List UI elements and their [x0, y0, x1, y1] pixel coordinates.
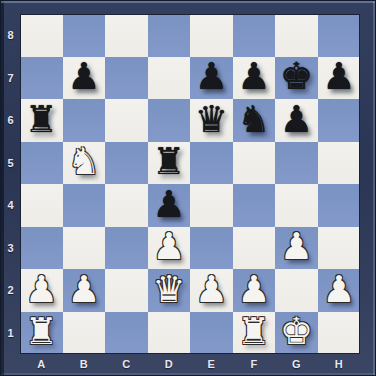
square-g6[interactable]: ♟ — [275, 99, 318, 142]
piece-white-pawn[interactable]: ♟ — [152, 228, 185, 265]
square-b4[interactable] — [63, 184, 106, 227]
piece-black-king[interactable]: ♚ — [280, 58, 313, 95]
rank-label-2: 2 — [1, 269, 20, 312]
square-h7[interactable]: ♟ — [318, 57, 361, 100]
piece-black-pawn[interactable]: ♟ — [152, 186, 185, 223]
square-c2[interactable] — [105, 269, 148, 312]
file-label-b: B — [63, 354, 106, 373]
piece-black-pawn[interactable]: ♟ — [280, 101, 313, 138]
square-d6[interactable] — [148, 99, 191, 142]
square-f1[interactable]: ♜ — [233, 312, 276, 355]
square-e8[interactable] — [190, 14, 233, 57]
rank-label-5: 5 — [1, 142, 20, 185]
square-h5[interactable] — [318, 142, 361, 185]
square-h6[interactable] — [318, 99, 361, 142]
piece-white-pawn[interactable]: ♟ — [67, 271, 100, 308]
piece-black-knight[interactable]: ♞ — [237, 101, 270, 138]
square-b8[interactable] — [63, 14, 106, 57]
file-label-f: F — [233, 354, 276, 373]
piece-white-pawn[interactable]: ♟ — [25, 271, 58, 308]
file-label-h: H — [318, 354, 361, 373]
piece-white-pawn[interactable]: ♟ — [237, 271, 270, 308]
rank-label-7: 7 — [1, 57, 20, 100]
square-f8[interactable] — [233, 14, 276, 57]
board-frame: 87♟♟♟♚♟6♜♛♞♟5♞♜4♟3♟♟2♟♟♛♟♟♟1♜♜♚ABCDEFGH — [0, 0, 376, 376]
square-a4[interactable] — [20, 184, 63, 227]
square-c4[interactable] — [105, 184, 148, 227]
square-d2[interactable]: ♛ — [148, 269, 191, 312]
file-label-c: C — [105, 354, 148, 373]
square-g3[interactable]: ♟ — [275, 227, 318, 270]
piece-white-rook[interactable]: ♜ — [25, 313, 58, 350]
square-a5[interactable] — [20, 142, 63, 185]
piece-black-pawn[interactable]: ♟ — [237, 58, 270, 95]
rank-label-6: 6 — [1, 99, 20, 142]
piece-white-pawn[interactable]: ♟ — [280, 228, 313, 265]
square-e6[interactable]: ♛ — [190, 99, 233, 142]
square-g1[interactable]: ♚ — [275, 312, 318, 355]
square-b2[interactable]: ♟ — [63, 269, 106, 312]
square-e2[interactable]: ♟ — [190, 269, 233, 312]
piece-black-pawn[interactable]: ♟ — [322, 58, 355, 95]
square-b6[interactable] — [63, 99, 106, 142]
piece-black-rook[interactable]: ♜ — [25, 101, 58, 138]
square-f3[interactable] — [233, 227, 276, 270]
square-b7[interactable]: ♟ — [63, 57, 106, 100]
square-f7[interactable]: ♟ — [233, 57, 276, 100]
square-a6[interactable]: ♜ — [20, 99, 63, 142]
piece-black-queen[interactable]: ♛ — [195, 101, 228, 138]
square-a3[interactable] — [20, 227, 63, 270]
rank-label-1: 1 — [1, 312, 20, 355]
square-f5[interactable] — [233, 142, 276, 185]
square-e7[interactable]: ♟ — [190, 57, 233, 100]
file-label-g: G — [275, 354, 318, 373]
piece-white-pawn[interactable]: ♟ — [322, 271, 355, 308]
square-e1[interactable] — [190, 312, 233, 355]
square-e5[interactable] — [190, 142, 233, 185]
square-f6[interactable]: ♞ — [233, 99, 276, 142]
piece-black-pawn[interactable]: ♟ — [67, 58, 100, 95]
square-h1[interactable] — [318, 312, 361, 355]
square-d4[interactable]: ♟ — [148, 184, 191, 227]
square-b1[interactable] — [63, 312, 106, 355]
square-e4[interactable] — [190, 184, 233, 227]
piece-white-knight[interactable]: ♞ — [67, 143, 100, 180]
square-d1[interactable] — [148, 312, 191, 355]
piece-black-rook[interactable]: ♜ — [152, 143, 185, 180]
square-c8[interactable] — [105, 14, 148, 57]
piece-black-pawn[interactable]: ♟ — [195, 58, 228, 95]
square-f4[interactable] — [233, 184, 276, 227]
piece-white-pawn[interactable]: ♟ — [195, 271, 228, 308]
square-c5[interactable] — [105, 142, 148, 185]
square-a8[interactable] — [20, 14, 63, 57]
square-b3[interactable] — [63, 227, 106, 270]
file-label-a: A — [20, 354, 63, 373]
square-h2[interactable]: ♟ — [318, 269, 361, 312]
square-g4[interactable] — [275, 184, 318, 227]
square-c1[interactable] — [105, 312, 148, 355]
square-h3[interactable] — [318, 227, 361, 270]
square-h8[interactable] — [318, 14, 361, 57]
square-a7[interactable] — [20, 57, 63, 100]
square-g5[interactable] — [275, 142, 318, 185]
square-d7[interactable] — [148, 57, 191, 100]
square-g8[interactable] — [275, 14, 318, 57]
square-a1[interactable]: ♜ — [20, 312, 63, 355]
chess-board: 87♟♟♟♚♟6♜♛♞♟5♞♜4♟3♟♟2♟♟♛♟♟♟1♜♜♚ABCDEFGH — [1, 14, 360, 373]
square-d3[interactable]: ♟ — [148, 227, 191, 270]
file-label-e: E — [190, 354, 233, 373]
square-d5[interactable]: ♜ — [148, 142, 191, 185]
square-e3[interactable] — [190, 227, 233, 270]
square-c7[interactable] — [105, 57, 148, 100]
rank-label-4: 4 — [1, 184, 20, 227]
square-g2[interactable] — [275, 269, 318, 312]
file-label-d: D — [148, 354, 191, 373]
piece-white-king[interactable]: ♚ — [280, 313, 313, 350]
corner-spacer — [1, 354, 20, 373]
square-g7[interactable]: ♚ — [275, 57, 318, 100]
square-h4[interactable] — [318, 184, 361, 227]
piece-white-queen[interactable]: ♛ — [152, 271, 185, 308]
rank-label-8: 8 — [1, 14, 20, 57]
square-d8[interactable] — [148, 14, 191, 57]
square-b5[interactable]: ♞ — [63, 142, 106, 185]
square-a2[interactable]: ♟ — [20, 269, 63, 312]
square-f2[interactable]: ♟ — [233, 269, 276, 312]
piece-white-rook[interactable]: ♜ — [237, 313, 270, 350]
square-c3[interactable] — [105, 227, 148, 270]
square-c6[interactable] — [105, 99, 148, 142]
rank-label-3: 3 — [1, 227, 20, 270]
